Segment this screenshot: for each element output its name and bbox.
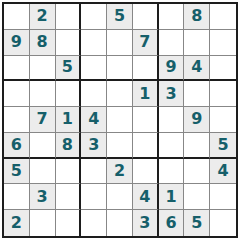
cell-r7c7[interactable] [159,159,185,185]
cell-r1c3[interactable] [56,4,82,30]
cell-r3c9[interactable] [210,56,236,82]
sudoku-grid: 25898759413714968355243412365 [4,4,236,236]
cell-r9c5[interactable] [107,210,133,236]
cell-r8c4[interactable] [81,184,107,210]
cell-r1c9[interactable] [210,4,236,30]
cell-r7c4[interactable] [81,159,107,185]
cell-r9c6[interactable]: 3 [133,210,159,236]
cell-r4c3[interactable] [56,81,82,107]
cell-r1c7[interactable] [159,4,185,30]
cell-r7c9[interactable]: 4 [210,159,236,185]
cell-r4c7[interactable]: 3 [159,81,185,107]
cell-r7c2[interactable] [30,159,56,185]
cell-r1c8[interactable]: 8 [184,4,210,30]
cell-r7c1[interactable]: 5 [4,159,30,185]
cell-r4c4[interactable] [81,81,107,107]
cell-r3c5[interactable] [107,56,133,82]
cell-r8c9[interactable] [210,184,236,210]
cell-r8c3[interactable] [56,184,82,210]
cell-r6c7[interactable] [159,133,185,159]
cell-r9c8[interactable]: 5 [184,210,210,236]
cell-r2c8[interactable] [184,30,210,56]
cell-r3c2[interactable] [30,56,56,82]
cell-r2c6[interactable]: 7 [133,30,159,56]
cell-r5c1[interactable] [4,107,30,133]
cell-r7c8[interactable] [184,159,210,185]
cell-r9c1[interactable]: 2 [4,210,30,236]
cell-r5c4[interactable]: 4 [81,107,107,133]
cell-r6c3[interactable]: 8 [56,133,82,159]
cell-r2c1[interactable]: 9 [4,30,30,56]
cell-r2c9[interactable] [210,30,236,56]
cell-r3c3[interactable]: 5 [56,56,82,82]
cell-r2c7[interactable] [159,30,185,56]
cell-r1c2[interactable]: 2 [30,4,56,30]
cell-r5c5[interactable] [107,107,133,133]
cell-r5c9[interactable] [210,107,236,133]
cell-r3c7[interactable]: 9 [159,56,185,82]
cell-r8c2[interactable]: 3 [30,184,56,210]
cell-r9c9[interactable] [210,210,236,236]
cell-r2c4[interactable] [81,30,107,56]
cell-r7c3[interactable] [56,159,82,185]
cell-r5c7[interactable] [159,107,185,133]
cell-r4c9[interactable] [210,81,236,107]
cell-r1c5[interactable]: 5 [107,4,133,30]
cell-r5c6[interactable] [133,107,159,133]
cell-r8c6[interactable]: 4 [133,184,159,210]
cell-r1c6[interactable] [133,4,159,30]
cell-r6c2[interactable] [30,133,56,159]
cell-r7c5[interactable]: 2 [107,159,133,185]
cell-r5c8[interactable]: 9 [184,107,210,133]
cell-r3c8[interactable]: 4 [184,56,210,82]
sudoku-board: 25898759413714968355243412365 [2,2,238,238]
cell-r8c7[interactable]: 1 [159,184,185,210]
cell-r6c8[interactable] [184,133,210,159]
cell-r3c4[interactable] [81,56,107,82]
cell-r3c1[interactable] [4,56,30,82]
cell-r8c8[interactable] [184,184,210,210]
cell-r5c2[interactable]: 7 [30,107,56,133]
cell-r6c4[interactable]: 3 [81,133,107,159]
cell-r8c1[interactable] [4,184,30,210]
cell-r4c1[interactable] [4,81,30,107]
cell-r6c6[interactable] [133,133,159,159]
cell-r3c6[interactable] [133,56,159,82]
cell-r9c7[interactable]: 6 [159,210,185,236]
cell-r6c5[interactable] [107,133,133,159]
cell-r8c5[interactable] [107,184,133,210]
cell-r9c3[interactable] [56,210,82,236]
cell-r6c1[interactable]: 6 [4,133,30,159]
cell-r7c6[interactable] [133,159,159,185]
cell-r4c2[interactable] [30,81,56,107]
cell-r5c3[interactable]: 1 [56,107,82,133]
cell-r2c5[interactable] [107,30,133,56]
cell-r9c4[interactable] [81,210,107,236]
cell-r9c2[interactable] [30,210,56,236]
cell-r4c5[interactable] [107,81,133,107]
cell-r1c4[interactable] [81,4,107,30]
cell-r2c2[interactable]: 8 [30,30,56,56]
cell-r6c9[interactable]: 5 [210,133,236,159]
cell-r1c1[interactable] [4,4,30,30]
cell-r4c8[interactable] [184,81,210,107]
cell-r4c6[interactable]: 1 [133,81,159,107]
cell-r2c3[interactable] [56,30,82,56]
